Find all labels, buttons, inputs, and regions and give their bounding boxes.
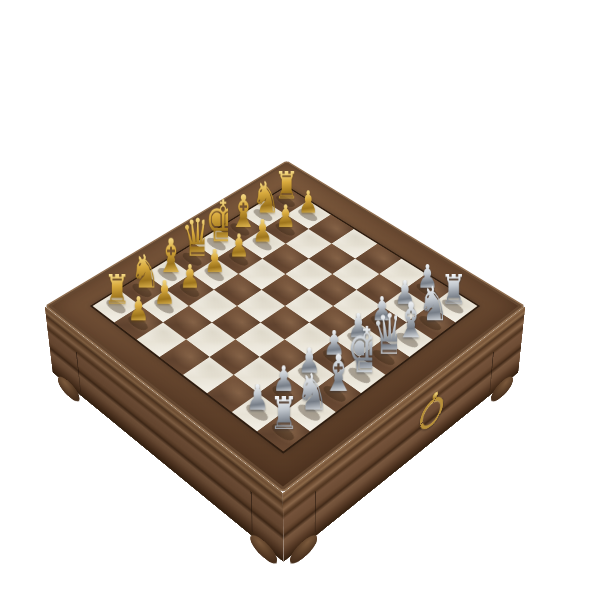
gold-rook[interactable]: ♜	[104, 274, 128, 307]
bun-foot	[250, 530, 278, 570]
gold-pawn[interactable]: ♟	[297, 190, 320, 215]
bun-foot	[490, 372, 514, 407]
drawer-seam	[76, 352, 82, 393]
ring-icon	[419, 391, 444, 436]
chess-set: ♜♟♟♜♞♟♟♞♝♟♟♝♚♟♟♛♛♟♟♚♝♟♟♝♞♟♟♞♜♟♟♜	[45, 161, 526, 493]
square-a6[interactable]	[137, 323, 186, 357]
gold-pawn[interactable]: ♟	[178, 264, 202, 290]
drawer-ring-pull[interactable]	[423, 384, 445, 430]
bun-foot	[57, 372, 81, 407]
scene: ♜♟♟♜♞♟♟♞♝♟♟♝♚♟♟♛♛♟♟♚♝♟♟♝♞♟♟♞♜♟♟♜	[0, 0, 600, 600]
silver-rook[interactable]: ♜	[270, 396, 297, 432]
gold-pawn[interactable]: ♟	[203, 249, 227, 275]
silver-knight[interactable]: ♞	[296, 372, 322, 413]
gold-pawn[interactable]: ♟	[152, 280, 176, 306]
bun-foot	[290, 530, 318, 570]
silver-pawn[interactable]: ♟	[244, 384, 270, 413]
ring-knob-icon	[432, 390, 438, 400]
drawer-seam	[489, 352, 494, 393]
drawer-seam	[314, 491, 316, 533]
board-frame: ♜♟♟♜♞♟♟♞♝♟♟♝♚♟♟♛♛♟♟♚♝♟♟♝♞♟♟♞♜♟♟♜	[45, 161, 526, 493]
gold-pawn[interactable]: ♟	[274, 204, 297, 229]
gold-pawn[interactable]: ♟	[251, 219, 274, 244]
gold-pawn[interactable]: ♟	[227, 234, 251, 259]
gold-knight[interactable]: ♞	[130, 253, 154, 290]
gold-pawn[interactable]: ♟	[126, 296, 151, 323]
drawer-seam	[250, 491, 253, 533]
